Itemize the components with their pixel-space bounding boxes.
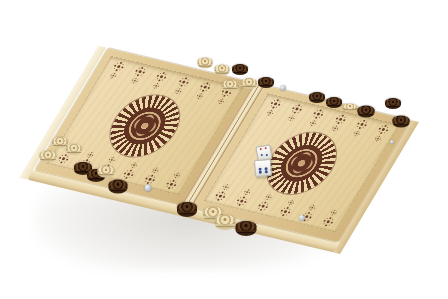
die-pip xyxy=(260,147,262,149)
checker-light[interactable] xyxy=(98,166,115,181)
checker-top xyxy=(40,151,57,160)
checker-dark[interactable] xyxy=(177,202,197,220)
checker-top xyxy=(393,116,410,125)
checker-dark[interactable] xyxy=(232,64,248,78)
checker-dark[interactable] xyxy=(236,221,257,239)
checker-light[interactable] xyxy=(241,78,257,92)
checker-dark[interactable] xyxy=(358,106,375,121)
latch-plate-left xyxy=(145,185,152,192)
checker-light[interactable] xyxy=(198,58,213,71)
latch-plate-right xyxy=(299,215,305,221)
checker-dark[interactable] xyxy=(326,97,342,111)
checker-dark[interactable] xyxy=(393,116,410,131)
die-pip xyxy=(264,147,266,149)
checker-top xyxy=(358,106,375,115)
die-pip xyxy=(261,154,263,156)
checker-light[interactable] xyxy=(40,151,57,166)
checker-top xyxy=(215,65,230,73)
die-pip xyxy=(265,170,268,173)
checker-dark[interactable] xyxy=(109,180,128,197)
checker-light[interactable] xyxy=(343,104,358,113)
checker-dark[interactable] xyxy=(258,77,274,91)
checker-light[interactable] xyxy=(222,80,238,94)
checker-light[interactable] xyxy=(215,215,236,233)
checker-top xyxy=(109,180,128,190)
checker-dark[interactable] xyxy=(309,92,325,106)
scene xyxy=(0,0,448,299)
die-pip xyxy=(266,154,268,156)
die-pip xyxy=(259,171,262,174)
checker-light[interactable] xyxy=(215,65,230,78)
hinge-pin xyxy=(280,85,286,91)
screw xyxy=(390,140,394,144)
checker-light[interactable] xyxy=(66,144,82,158)
pieces-layer xyxy=(0,0,448,299)
checker-top xyxy=(198,58,213,66)
checker-dark[interactable] xyxy=(385,98,401,112)
die-bottom[interactable] xyxy=(254,159,272,177)
checker-top xyxy=(98,166,115,175)
